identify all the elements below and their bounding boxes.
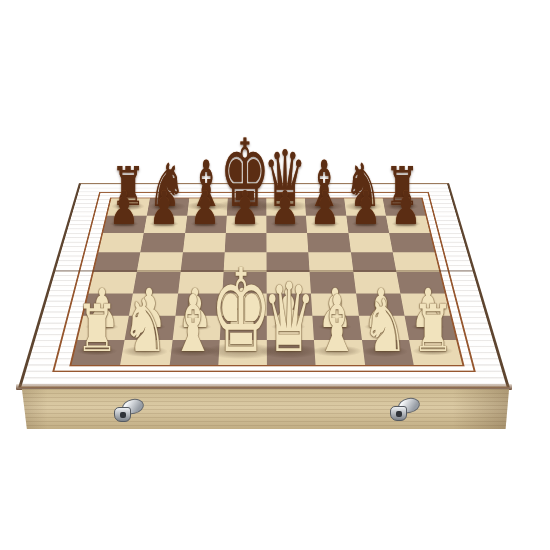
square-h3[interactable] [400, 293, 450, 315]
square-g3[interactable] [356, 293, 405, 315]
square-h6[interactable] [389, 233, 435, 252]
square-g2[interactable] [358, 316, 408, 340]
square-a4[interactable] [89, 272, 137, 293]
square-b1[interactable] [120, 340, 172, 365]
square-a3[interactable] [83, 293, 133, 315]
square-a5[interactable] [94, 252, 141, 272]
square-c6[interactable] [183, 233, 226, 252]
board-frame [18, 183, 510, 388]
square-e1[interactable] [267, 340, 316, 365]
square-c5[interactable] [180, 252, 224, 272]
square-f3[interactable] [311, 293, 358, 315]
chess-board-grid [72, 198, 463, 365]
square-c4[interactable] [178, 272, 224, 293]
square-h4[interactable] [396, 272, 444, 293]
square-d2[interactable] [220, 316, 267, 340]
square-f7[interactable] [306, 215, 348, 233]
square-e7[interactable] [266, 215, 307, 233]
square-b4[interactable] [133, 272, 180, 293]
square-b6[interactable] [141, 233, 185, 252]
square-a7[interactable] [103, 215, 147, 233]
latch-right-slot-icon [396, 411, 402, 417]
square-e5[interactable] [267, 252, 310, 272]
square-b8[interactable] [147, 198, 189, 215]
square-e3[interactable] [267, 293, 313, 315]
square-d3[interactable] [221, 293, 267, 315]
latch-right [387, 397, 423, 425]
square-f4[interactable] [310, 272, 356, 293]
square-d1[interactable] [218, 340, 267, 365]
square-a6[interactable] [99, 233, 144, 252]
square-g7[interactable] [346, 215, 389, 233]
square-c7[interactable] [185, 215, 227, 233]
square-e4[interactable] [267, 272, 312, 293]
square-b7[interactable] [144, 215, 187, 233]
square-g4[interactable] [353, 272, 400, 293]
board-border-strip [52, 192, 476, 372]
square-e2[interactable] [267, 316, 314, 340]
square-d8[interactable] [227, 198, 267, 215]
latch-left [111, 398, 147, 426]
square-h5[interactable] [392, 252, 439, 272]
box-front-panel [18, 389, 512, 429]
square-e6[interactable] [266, 233, 308, 252]
square-h1[interactable] [409, 340, 463, 365]
square-a1[interactable] [72, 340, 125, 365]
square-d4[interactable] [222, 272, 266, 293]
square-f2[interactable] [313, 316, 362, 340]
square-f8[interactable] [305, 198, 346, 215]
fold-hinge-seam [55, 270, 473, 271]
square-c3[interactable] [175, 293, 222, 315]
square-g6[interactable] [348, 233, 392, 252]
square-h8[interactable] [383, 198, 426, 215]
square-c1[interactable] [169, 340, 219, 365]
square-e8[interactable] [266, 198, 306, 215]
square-g1[interactable] [361, 340, 413, 365]
chess-board [18, 183, 510, 388]
square-g8[interactable] [344, 198, 386, 215]
square-d7[interactable] [226, 215, 267, 233]
square-b2[interactable] [125, 316, 175, 340]
square-d6[interactable] [225, 233, 267, 252]
latch-left-slot-icon [120, 412, 126, 418]
square-c2[interactable] [172, 316, 221, 340]
square-g5[interactable] [350, 252, 396, 272]
chess-set-photo: ♜♞♝♚♛♝♞♜♟♟♟♟♟♟♟♟♟♟♟♟♟♟♟♟♜♞♝♚♛♝♞♜ [0, 0, 550, 550]
square-d5[interactable] [223, 252, 266, 272]
square-f5[interactable] [309, 252, 353, 272]
square-a8[interactable] [107, 198, 150, 215]
square-f6[interactable] [307, 233, 350, 252]
square-c8[interactable] [187, 198, 228, 215]
square-f1[interactable] [314, 340, 364, 365]
square-a2[interactable] [78, 316, 130, 340]
square-b3[interactable] [129, 293, 178, 315]
square-h7[interactable] [386, 215, 430, 233]
square-b5[interactable] [137, 252, 183, 272]
square-h2[interactable] [404, 316, 456, 340]
